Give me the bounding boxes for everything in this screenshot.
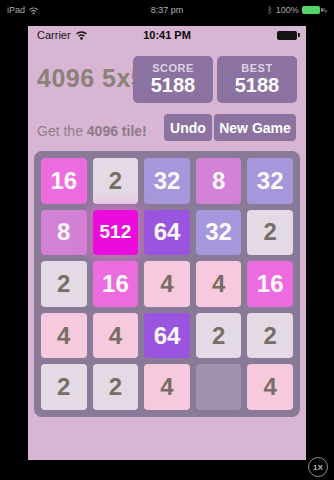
tile-4: 4 [144,261,190,307]
new-game-button[interactable]: New Game [214,114,296,141]
tile-32: 32 [247,158,293,204]
best-value: 5188 [217,74,297,96]
app-window: Carrier 10:41 PM 4096 5x5 SCORE 5188 BES… [28,26,306,460]
tile-2: 2 [247,313,293,359]
tile-4: 4 [196,261,242,307]
goal-prefix: Get the [37,123,87,139]
tile-16: 16 [41,158,87,204]
tile-32: 32 [196,210,242,256]
carrier-label: Carrier [37,29,71,41]
tile-2: 2 [41,364,87,410]
battery-percent: 100% [276,5,299,15]
best-label: BEST [217,62,297,74]
ipad-status-bar: iPad 8:37 pm ᛒ 100% ϟ [0,0,334,20]
score-value: 5188 [133,74,213,96]
battery-icon [277,31,297,40]
tile-64: 64 [144,210,190,256]
tile-2: 2 [41,261,87,307]
ipad-label: iPad [7,5,25,15]
tile-2: 2 [196,313,242,359]
tile-16: 16 [93,261,139,307]
tile-8: 8 [41,210,87,256]
tile-4: 4 [93,313,139,359]
bluetooth-icon: ᛒ [267,5,272,15]
tile-64: 64 [144,313,190,359]
tile-16: 16 [247,261,293,307]
goal-strong: 4096 tile! [87,123,147,139]
charging-icon: ϟ [323,6,327,15]
empty-cell [196,364,242,410]
battery-icon [302,6,320,14]
undo-button[interactable]: Undo [164,114,212,141]
tile-2: 2 [93,158,139,204]
wifi-icon [28,6,39,15]
tile-4: 4 [144,364,190,410]
tile-4: 4 [41,313,87,359]
app-status-bar: Carrier 10:41 PM [28,26,306,44]
tile-32: 32 [144,158,190,204]
tile-4: 4 [247,364,293,410]
tile-2: 2 [247,210,293,256]
game-title: 4096 5x5 [37,64,145,93]
app-clock: 10:41 PM [143,29,191,41]
best-box: BEST 5188 [217,56,297,103]
board[interactable]: 1623283285126432221644164464222244 [34,151,300,417]
tile-2: 2 [93,364,139,410]
tile-8: 8 [196,158,242,204]
tile-512: 512 [93,210,139,256]
scale-toggle-button[interactable]: 1X [308,457,328,477]
ipad-screen: iPad 8:37 pm ᛒ 100% ϟ Carrier [0,0,334,480]
wifi-icon [75,30,88,40]
score-label: SCORE [133,62,213,74]
score-box: SCORE 5188 [133,56,213,103]
goal-text: Get the 4096 tile! [37,123,147,139]
ipad-clock: 8:37 pm [151,5,184,15]
